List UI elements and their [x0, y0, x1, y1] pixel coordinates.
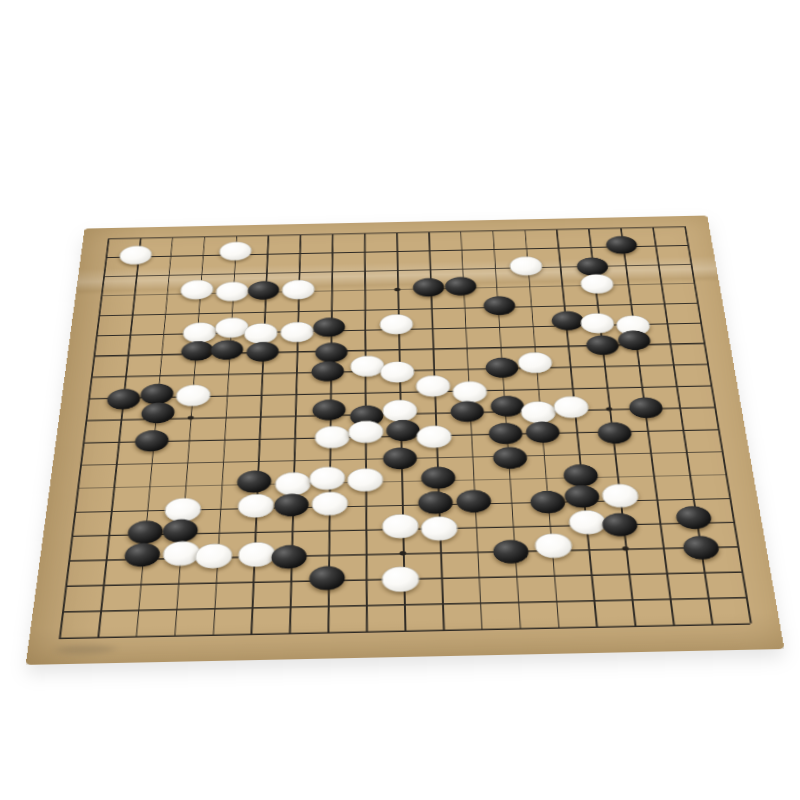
white-stone[interactable]: [380, 314, 414, 335]
black-stone[interactable]: [383, 447, 417, 469]
white-stone[interactable]: [164, 497, 202, 522]
grid-line-horizontal: [59, 623, 750, 639]
white-stone[interactable]: [118, 245, 152, 265]
board-tilt-wrapper: [51, 69, 749, 767]
white-stone[interactable]: [553, 396, 590, 419]
star-point: [606, 407, 613, 411]
product-photo-background: [0, 0, 800, 800]
black-stone[interactable]: [529, 491, 566, 514]
black-stone[interactable]: [126, 520, 163, 544]
grid-line-vertical: [652, 227, 713, 624]
black-stone[interactable]: [313, 317, 345, 337]
black-stone[interactable]: [418, 491, 453, 514]
go-board-mat[interactable]: [26, 216, 785, 665]
white-stone[interactable]: [601, 483, 640, 507]
black-stone[interactable]: [181, 341, 215, 361]
black-stone[interactable]: [551, 311, 585, 331]
black-stone[interactable]: [315, 342, 347, 362]
scene: [0, 0, 800, 800]
black-stone[interactable]: [123, 543, 160, 567]
white-stone[interactable]: [416, 375, 451, 397]
black-stone[interactable]: [313, 399, 346, 420]
grid-line-vertical: [59, 238, 109, 637]
black-stone[interactable]: [413, 278, 445, 297]
white-stone[interactable]: [282, 280, 316, 300]
white-stone[interactable]: [175, 385, 211, 407]
white-stone[interactable]: [348, 420, 383, 443]
white-stone[interactable]: [244, 323, 279, 344]
white-stone[interactable]: [579, 274, 614, 294]
white-stone[interactable]: [381, 514, 418, 539]
grid-line-vertical: [684, 226, 751, 623]
black-stone[interactable]: [106, 388, 141, 409]
black-stone[interactable]: [488, 422, 523, 444]
black-stone[interactable]: [605, 236, 638, 254]
black-stone[interactable]: [617, 330, 652, 350]
white-stone[interactable]: [237, 542, 275, 568]
black-stone[interactable]: [674, 506, 712, 530]
black-stone[interactable]: [162, 519, 199, 543]
black-stone[interactable]: [421, 466, 456, 489]
black-stone[interactable]: [450, 401, 484, 423]
grid-line-horizontal: [108, 226, 685, 239]
black-stone[interactable]: [247, 281, 279, 300]
black-stone[interactable]: [596, 422, 632, 444]
black-stone[interactable]: [237, 470, 272, 493]
black-stone[interactable]: [210, 340, 243, 360]
white-stone[interactable]: [381, 566, 419, 592]
white-stone[interactable]: [238, 494, 275, 519]
mat-smudge-mark: [55, 645, 115, 655]
black-stone[interactable]: [485, 358, 519, 379]
white-stone[interactable]: [180, 280, 214, 300]
white-stone[interactable]: [452, 381, 488, 403]
white-stone[interactable]: [215, 282, 249, 302]
white-stone[interactable]: [314, 426, 350, 449]
star-point: [399, 551, 406, 556]
star-point: [187, 416, 194, 420]
grid-line-horizontal: [62, 597, 746, 612]
white-stone[interactable]: [380, 361, 415, 383]
black-stone[interactable]: [682, 536, 721, 560]
black-stone[interactable]: [134, 430, 170, 452]
star-point: [394, 288, 400, 292]
black-stone[interactable]: [271, 545, 307, 569]
black-stone[interactable]: [490, 396, 525, 417]
white-stone[interactable]: [416, 425, 452, 448]
black-stone[interactable]: [585, 335, 620, 355]
white-stone[interactable]: [309, 466, 345, 490]
black-stone[interactable]: [386, 420, 420, 442]
white-stone[interactable]: [517, 352, 553, 374]
white-stone[interactable]: [274, 472, 311, 496]
white-stone[interactable]: [195, 543, 234, 569]
white-stone[interactable]: [182, 322, 217, 343]
black-stone[interactable]: [628, 397, 664, 419]
go-grid[interactable]: [59, 226, 750, 637]
black-stone[interactable]: [576, 257, 609, 276]
black-stone[interactable]: [493, 540, 530, 564]
white-stone[interactable]: [218, 241, 251, 260]
white-stone[interactable]: [568, 510, 607, 535]
star-point: [622, 547, 629, 552]
white-stone[interactable]: [382, 399, 417, 422]
white-stone[interactable]: [311, 491, 348, 516]
black-stone[interactable]: [492, 447, 527, 469]
grid-line-vertical: [97, 238, 141, 637]
black-stone[interactable]: [311, 361, 344, 382]
black-stone[interactable]: [456, 490, 492, 513]
white-stone[interactable]: [509, 256, 543, 276]
white-stone[interactable]: [280, 322, 314, 343]
white-stone[interactable]: [420, 516, 458, 541]
white-stone[interactable]: [579, 313, 615, 334]
black-stone[interactable]: [444, 277, 476, 296]
grid-line-vertical: [620, 228, 675, 625]
black-stone[interactable]: [483, 296, 516, 316]
black-stone[interactable]: [274, 493, 309, 516]
white-stone[interactable]: [534, 533, 573, 559]
black-stone[interactable]: [562, 464, 598, 487]
black-stone[interactable]: [601, 513, 639, 537]
white-stone[interactable]: [347, 468, 383, 492]
black-stone[interactable]: [309, 566, 345, 591]
black-stone[interactable]: [525, 421, 560, 443]
black-stone[interactable]: [140, 383, 175, 404]
white-stone[interactable]: [520, 401, 557, 424]
black-stone[interactable]: [563, 485, 600, 508]
grid-line-horizontal: [106, 245, 688, 258]
black-stone[interactable]: [141, 402, 176, 424]
black-stone[interactable]: [246, 341, 279, 361]
